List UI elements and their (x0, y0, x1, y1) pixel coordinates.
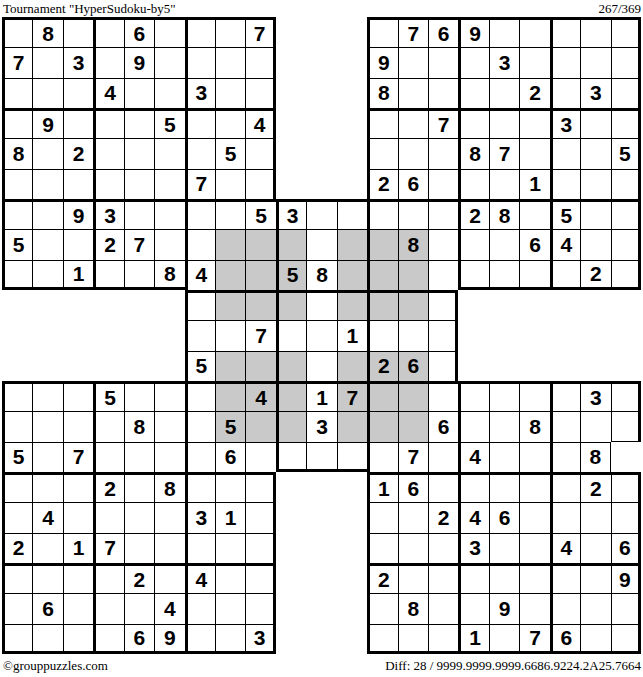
cell-r6c17[interactable] (489, 169, 519, 199)
cell-r10c8[interactable] (215, 290, 245, 320)
cell-r14c7[interactable] (185, 411, 215, 441)
cell-r5c6[interactable] (154, 138, 184, 168)
cell-r20c13[interactable] (367, 593, 397, 623)
given-digit-r4c19: 3 (550, 108, 580, 138)
cell-r13c18[interactable] (519, 381, 549, 411)
cell-r9c14[interactable] (398, 260, 428, 290)
cell-r3c3[interactable] (63, 78, 93, 108)
cell-r7c7[interactable] (185, 199, 215, 229)
cell-r7c8[interactable] (215, 199, 245, 229)
cell-r7c13[interactable] (367, 199, 397, 229)
cell-r13c8[interactable] (215, 381, 245, 411)
given-digit-r9c11: 8 (306, 260, 336, 290)
given-digit-r15c20: 8 (580, 442, 610, 472)
cell-r1c18[interactable] (519, 17, 549, 47)
cell-r4c7[interactable] (185, 108, 215, 138)
cell-r12c15[interactable] (428, 351, 458, 381)
cell-r9c2[interactable] (32, 260, 62, 290)
cell-r2c7[interactable] (185, 47, 215, 77)
cell-r3c16[interactable] (458, 78, 488, 108)
cell-r17c10 (276, 502, 306, 532)
cell-r10c18 (519, 290, 549, 320)
cell-r17c4[interactable] (93, 502, 123, 532)
cell-r9c13[interactable] (367, 260, 397, 290)
cell-r2c6[interactable] (154, 47, 184, 77)
cell-r3c9[interactable] (245, 78, 275, 108)
cell-r4c20[interactable] (580, 108, 610, 138)
cell-r5c19[interactable] (550, 138, 580, 168)
cell-r20c9[interactable] (245, 593, 275, 623)
cell-r21c4[interactable] (93, 624, 123, 654)
cell-r13c14[interactable] (398, 381, 428, 411)
cell-r3c1[interactable] (2, 78, 32, 108)
cell-r16c19[interactable] (550, 472, 580, 502)
cell-r3c14[interactable] (398, 78, 428, 108)
cell-r18c7[interactable] (185, 533, 215, 563)
cell-r17c14[interactable] (398, 502, 428, 532)
cell-r4c13[interactable] (367, 108, 397, 138)
cell-r7c15[interactable] (428, 199, 458, 229)
cell-r3c17[interactable] (489, 78, 519, 108)
cell-r21c11 (306, 624, 336, 654)
cell-r10c9[interactable] (245, 290, 275, 320)
cell-r5c5[interactable] (124, 138, 154, 168)
cell-r15c6[interactable] (154, 442, 184, 472)
cell-r6c5[interactable] (124, 169, 154, 199)
cell-r1c6[interactable] (154, 17, 184, 47)
cell-r4c3[interactable] (63, 108, 93, 138)
cell-r1c21[interactable] (611, 17, 641, 47)
cell-r5c20[interactable] (580, 138, 610, 168)
cell-r1c17[interactable] (489, 17, 519, 47)
cell-r2c15[interactable] (428, 47, 458, 77)
cell-r7c1[interactable] (2, 199, 32, 229)
cell-r4c17[interactable] (489, 108, 519, 138)
cell-r1c7[interactable] (185, 17, 215, 47)
cell-r7c20[interactable] (580, 199, 610, 229)
cell-r21c17[interactable] (489, 624, 519, 654)
cell-r19c18[interactable] (519, 563, 549, 593)
cell-r12c9[interactable] (245, 351, 275, 381)
cell-r18c20[interactable] (580, 533, 610, 563)
cell-r15c13[interactable] (367, 442, 397, 472)
cell-r17c9[interactable] (245, 502, 275, 532)
cell-r3c15[interactable] (428, 78, 458, 108)
cell-r5c2[interactable] (32, 138, 62, 168)
cell-r8c10[interactable] (276, 229, 306, 259)
cell-r20c20[interactable] (580, 593, 610, 623)
cell-r9c5[interactable] (124, 260, 154, 290)
given-digit-r20c2: 6 (32, 593, 62, 623)
cell-r20c1[interactable] (2, 593, 32, 623)
cell-r20c19[interactable] (550, 593, 580, 623)
cell-r13c2[interactable] (32, 381, 62, 411)
cell-r18c13[interactable] (367, 533, 397, 563)
cell-r19c19[interactable] (550, 563, 580, 593)
given-digit-r2c13: 9 (367, 47, 397, 77)
given-digit-r7c17: 8 (489, 199, 519, 229)
cell-r19c9[interactable] (245, 563, 275, 593)
cell-r10c15[interactable] (428, 290, 458, 320)
cell-r12c4 (93, 351, 123, 381)
cell-r14c13[interactable] (367, 411, 397, 441)
cell-r14c4[interactable] (93, 411, 123, 441)
cell-r15c18[interactable] (519, 442, 549, 472)
cell-r8c13[interactable] (367, 229, 397, 259)
cell-r5c13[interactable] (367, 138, 397, 168)
cell-r13c13[interactable] (367, 381, 397, 411)
cell-r17c1[interactable] (2, 502, 32, 532)
cell-r2c4[interactable] (93, 47, 123, 77)
cell-r19c4[interactable] (93, 563, 123, 593)
cell-r18c8[interactable] (215, 533, 245, 563)
cell-r19c16[interactable] (458, 563, 488, 593)
cell-r1c1[interactable] (2, 17, 32, 47)
cell-r15c7[interactable] (185, 442, 215, 472)
cell-r17c5[interactable] (124, 502, 154, 532)
cell-r8c6[interactable] (154, 229, 184, 259)
cell-r13c15[interactable] (428, 381, 458, 411)
cell-r11c21 (611, 320, 641, 350)
cell-r21c13[interactable] (367, 624, 397, 654)
cell-r8c11[interactable] (306, 229, 336, 259)
cell-r19c14[interactable] (398, 563, 428, 593)
cell-r10c20 (580, 290, 610, 320)
cell-r17c13[interactable] (367, 502, 397, 532)
cell-r11c11[interactable] (306, 320, 336, 350)
cell-r8c21[interactable] (611, 229, 641, 259)
cell-r6c2[interactable] (32, 169, 62, 199)
cell-r2c20[interactable] (580, 47, 610, 77)
cell-r6c10 (276, 169, 306, 199)
cell-r2c21[interactable] (611, 47, 641, 77)
cell-r8c16[interactable] (458, 229, 488, 259)
cell-r12c17 (489, 351, 519, 381)
cell-r6c8[interactable] (215, 169, 245, 199)
cell-r14c20[interactable] (580, 411, 610, 441)
cell-r14c6[interactable] (154, 411, 184, 441)
cell-r9c8[interactable] (215, 260, 245, 290)
given-digit-r17c15: 2 (428, 502, 458, 532)
cell-r20c12 (337, 593, 367, 623)
given-digit-r3c20: 3 (580, 78, 610, 108)
cell-r17c3[interactable] (63, 502, 93, 532)
cell-r16c9[interactable] (245, 472, 275, 502)
cell-r5c9[interactable] (245, 138, 275, 168)
cell-r4c8[interactable] (215, 108, 245, 138)
cell-r9c19[interactable] (550, 260, 580, 290)
cell-r2c9[interactable] (245, 47, 275, 77)
cell-r14c9[interactable] (245, 411, 275, 441)
cell-r15c2[interactable] (32, 442, 62, 472)
cell-r12c11[interactable] (306, 351, 336, 381)
given-digit-r8c19: 4 (550, 229, 580, 259)
cell-r6c1[interactable] (2, 169, 32, 199)
cell-r17c21[interactable] (611, 502, 641, 532)
given-digit-r5c1: 8 (2, 138, 32, 168)
cell-r5c14[interactable] (398, 138, 428, 168)
cell-r16c5[interactable] (124, 472, 154, 502)
cell-r21c2[interactable] (32, 624, 62, 654)
cell-r2c18[interactable] (519, 47, 549, 77)
cell-r15c10[interactable] (276, 442, 306, 472)
cell-r19c3[interactable] (63, 563, 93, 593)
cell-r16c21[interactable] (611, 472, 641, 502)
cell-r20c16[interactable] (458, 593, 488, 623)
cell-r4c12 (337, 108, 367, 138)
cell-r14c14[interactable] (398, 411, 428, 441)
given-digit-r4c6: 5 (154, 108, 184, 138)
cell-r6c16[interactable] (458, 169, 488, 199)
cell-r16c10 (276, 472, 306, 502)
cell-r1c19[interactable] (550, 17, 580, 47)
cell-r5c18[interactable] (519, 138, 549, 168)
cell-r14c12[interactable] (337, 411, 367, 441)
cell-r6c3[interactable] (63, 169, 93, 199)
cell-r17c19[interactable] (550, 502, 580, 532)
cell-r8c2[interactable] (32, 229, 62, 259)
cell-r8c20[interactable] (580, 229, 610, 259)
cell-r4c1[interactable] (2, 108, 32, 138)
cell-r18c17[interactable] (489, 533, 519, 563)
cell-r13c7[interactable] (185, 381, 215, 411)
cell-r18c18[interactable] (519, 533, 549, 563)
cell-r15c12[interactable] (337, 442, 367, 472)
cell-r13c10[interactable] (276, 381, 306, 411)
cell-r3c6[interactable] (154, 78, 184, 108)
cell-r16c15[interactable] (428, 472, 458, 502)
cell-r9c18[interactable] (519, 260, 549, 290)
given-digit-r21c5: 6 (124, 624, 154, 654)
cell-r2c2[interactable] (32, 47, 62, 77)
cell-r16c2[interactable] (32, 472, 62, 502)
cell-r7c21[interactable] (611, 199, 641, 229)
cell-r10c2 (32, 290, 62, 320)
cell-r21c14[interactable] (398, 624, 428, 654)
cell-r8c8[interactable] (215, 229, 245, 259)
cell-r9c9[interactable] (245, 260, 275, 290)
cell-r4c5[interactable] (124, 108, 154, 138)
cell-r19c1[interactable] (2, 563, 32, 593)
cell-r12c12[interactable] (337, 351, 367, 381)
cell-r14c21[interactable] (611, 411, 641, 441)
cell-r15c15[interactable] (428, 442, 458, 472)
cell-r7c5[interactable] (124, 199, 154, 229)
cell-r18c14[interactable] (398, 533, 428, 563)
cell-r12c10[interactable] (276, 351, 306, 381)
cell-r10c10[interactable] (276, 290, 306, 320)
cell-r21c21[interactable] (611, 624, 641, 654)
cell-r20c15[interactable] (428, 593, 458, 623)
cell-r1c13[interactable] (367, 17, 397, 47)
given-digit-r5c21: 5 (611, 138, 641, 168)
given-digit-r8c4: 2 (93, 229, 123, 259)
cell-r20c18[interactable] (519, 593, 549, 623)
cell-r4c14[interactable] (398, 108, 428, 138)
cell-r14c2[interactable] (32, 411, 62, 441)
cell-r10c11[interactable] (306, 290, 336, 320)
cell-r11c13[interactable] (367, 320, 397, 350)
cell-r2c16[interactable] (458, 47, 488, 77)
cell-r10c7[interactable] (185, 290, 215, 320)
cell-r13c5[interactable] (124, 381, 154, 411)
cell-r17c11 (306, 502, 336, 532)
cell-r16c18[interactable] (519, 472, 549, 502)
cell-r1c8[interactable] (215, 17, 245, 47)
cell-r7c6[interactable] (154, 199, 184, 229)
cell-r15c11[interactable] (306, 442, 336, 472)
cell-r7c12[interactable] (337, 199, 367, 229)
cell-r8c9[interactable] (245, 229, 275, 259)
cell-r17c18[interactable] (519, 502, 549, 532)
cell-r9c12[interactable] (337, 260, 367, 290)
cell-r9c21[interactable] (611, 260, 641, 290)
cell-r19c12 (337, 563, 367, 593)
cell-r13c6[interactable] (154, 381, 184, 411)
given-digit-r19c13: 2 (367, 563, 397, 593)
cell-r13c19[interactable] (550, 381, 580, 411)
cell-r2c19[interactable] (550, 47, 580, 77)
cell-r8c12[interactable] (337, 229, 367, 259)
cell-r14c19[interactable] (550, 411, 580, 441)
cell-r21c3[interactable] (63, 624, 93, 654)
cell-r19c8[interactable] (215, 563, 245, 593)
cell-r2c10 (276, 47, 306, 77)
cell-r4c16[interactable] (458, 108, 488, 138)
cell-r19c20[interactable] (580, 563, 610, 593)
cell-r9c1[interactable] (2, 260, 32, 290)
cell-r7c14[interactable] (398, 199, 428, 229)
cell-r19c2[interactable] (32, 563, 62, 593)
cell-r1c3[interactable] (63, 17, 93, 47)
cell-r16c16[interactable] (458, 472, 488, 502)
cell-r1c20[interactable] (580, 17, 610, 47)
cell-r16c1[interactable] (2, 472, 32, 502)
cell-r20c8[interactable] (215, 593, 245, 623)
cell-r16c17[interactable] (489, 472, 519, 502)
cell-r14c10[interactable] (276, 411, 306, 441)
cell-r3c2[interactable] (32, 78, 62, 108)
cell-r20c5[interactable] (124, 593, 154, 623)
cell-r6c9[interactable] (245, 169, 275, 199)
cell-r19c15[interactable] (428, 563, 458, 593)
cell-r16c8[interactable] (215, 472, 245, 502)
cell-r11c8[interactable] (215, 320, 245, 350)
cell-r20c21[interactable] (611, 593, 641, 623)
cell-r11c15[interactable] (428, 320, 458, 350)
cell-r15c19[interactable] (550, 442, 580, 472)
cell-r6c4[interactable] (93, 169, 123, 199)
cell-r3c8[interactable] (215, 78, 245, 108)
cell-r4c18[interactable] (519, 108, 549, 138)
cell-r15c9[interactable] (245, 442, 275, 472)
cell-r18c6[interactable] (154, 533, 184, 563)
cell-r6c21[interactable] (611, 169, 641, 199)
given-digit-r21c18: 7 (519, 624, 549, 654)
cell-r21c1[interactable] (2, 624, 32, 654)
cell-r8c17[interactable] (489, 229, 519, 259)
cell-r7c11[interactable] (306, 199, 336, 229)
cell-r10c14[interactable] (398, 290, 428, 320)
cell-r20c4[interactable] (93, 593, 123, 623)
cell-r16c7[interactable] (185, 472, 215, 502)
cell-r6c6[interactable] (154, 169, 184, 199)
cell-r4c21[interactable] (611, 108, 641, 138)
cell-r21c15[interactable] (428, 624, 458, 654)
cell-r8c15[interactable] (428, 229, 458, 259)
cell-r13c3[interactable] (63, 381, 93, 411)
cell-r17c6[interactable] (154, 502, 184, 532)
cell-r14c1[interactable] (2, 411, 32, 441)
cell-r21c20[interactable] (580, 624, 610, 654)
cell-r18c5[interactable] (124, 533, 154, 563)
cell-r2c8[interactable] (215, 47, 245, 77)
cell-r20c7[interactable] (185, 593, 215, 623)
cell-r1c4[interactable] (93, 17, 123, 47)
cell-r13c16[interactable] (458, 381, 488, 411)
cell-r9c17[interactable] (489, 260, 519, 290)
cell-r19c17[interactable] (489, 563, 519, 593)
cell-r11c10[interactable] (276, 320, 306, 350)
cell-r4c4[interactable] (93, 108, 123, 138)
cell-r3c21[interactable] (611, 78, 641, 108)
cell-r7c2[interactable] (32, 199, 62, 229)
cell-r11c7[interactable] (185, 320, 215, 350)
cell-r21c8[interactable] (215, 624, 245, 654)
cell-r13c21[interactable] (611, 381, 641, 411)
cell-r10c12[interactable] (337, 290, 367, 320)
cell-r12c21 (611, 351, 641, 381)
cell-r8c3[interactable] (63, 229, 93, 259)
cell-r20c11 (306, 593, 336, 623)
cell-r5c4[interactable] (93, 138, 123, 168)
cell-r15c4[interactable] (93, 442, 123, 472)
cell-r20c3[interactable] (63, 593, 93, 623)
cell-r5c15[interactable] (428, 138, 458, 168)
cell-r18c2[interactable] (32, 533, 62, 563)
cell-r17c20[interactable] (580, 502, 610, 532)
cell-r6c15[interactable] (428, 169, 458, 199)
cell-r3c19[interactable] (550, 78, 580, 108)
cell-r18c15[interactable] (428, 533, 458, 563)
cell-r2c14[interactable] (398, 47, 428, 77)
cell-r9c4[interactable] (93, 260, 123, 290)
cell-r5c7[interactable] (185, 138, 215, 168)
cell-r9c16[interactable] (458, 260, 488, 290)
cell-r21c7[interactable] (185, 624, 215, 654)
cell-r18c9[interactable] (245, 533, 275, 563)
cell-r7c18[interactable] (519, 199, 549, 229)
cell-r6c19[interactable] (550, 169, 580, 199)
cell-r15c17[interactable] (489, 442, 519, 472)
given-digit-r3c7: 3 (185, 78, 215, 108)
cell-r16c3[interactable] (63, 472, 93, 502)
cell-r15c5[interactable] (124, 442, 154, 472)
cell-r3c5[interactable] (124, 78, 154, 108)
cell-r13c1[interactable] (2, 381, 32, 411)
cell-r14c17[interactable] (489, 411, 519, 441)
cell-r14c16[interactable] (458, 411, 488, 441)
cell-r13c17[interactable] (489, 381, 519, 411)
cell-r6c20[interactable] (580, 169, 610, 199)
cell-r14c3[interactable] (63, 411, 93, 441)
cell-r11c14[interactable] (398, 320, 428, 350)
cell-r8c7[interactable] (185, 229, 215, 259)
cell-r10c13[interactable] (367, 290, 397, 320)
cell-r12c8[interactable] (215, 351, 245, 381)
cell-r19c6[interactable] (154, 563, 184, 593)
cell-r9c15[interactable] (428, 260, 458, 290)
